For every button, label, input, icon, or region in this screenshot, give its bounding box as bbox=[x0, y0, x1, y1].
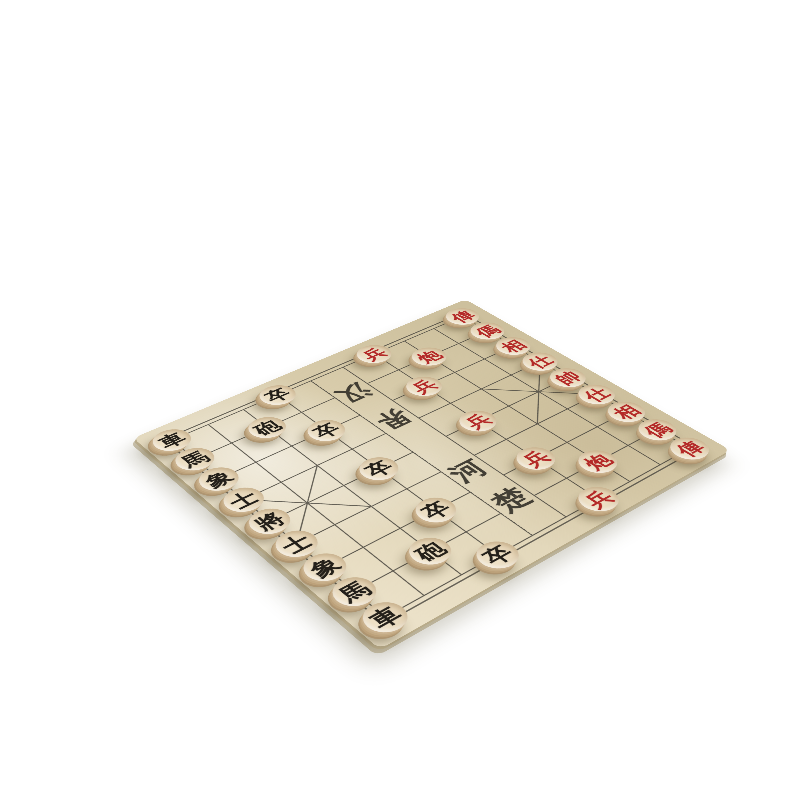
board-scene: 楚 河 界 汉 俥傌相兵炮仕帥兵仕卒相兵傌砲卒俥車兵炮馬卒象兵士卒將士砲卒象馬車 bbox=[230, 222, 630, 666]
piece-character: 砲 bbox=[241, 413, 293, 443]
piece-red-soldier[interactable]: 兵 bbox=[570, 482, 627, 516]
piece-red-soldier[interactable]: 兵 bbox=[452, 407, 504, 436]
piece-character: 卒 bbox=[352, 453, 407, 485]
piece-black-cannon[interactable]: 砲 bbox=[241, 413, 293, 443]
photo-stage: 楚 河 界 汉 俥傌相兵炮仕帥兵仕卒相兵傌砲卒俥車兵炮馬卒象兵士卒將士砲卒象馬車 bbox=[0, 0, 800, 800]
piece-character: 兵 bbox=[509, 443, 564, 475]
piece-character: 卒 bbox=[300, 416, 353, 446]
piece-character: 兵 bbox=[452, 407, 504, 436]
piece-character: 兵 bbox=[350, 341, 398, 366]
piece-character: 砲 bbox=[401, 532, 460, 570]
piece-red-soldier[interactable]: 兵 bbox=[509, 443, 564, 475]
piece-character: 卒 bbox=[407, 493, 464, 528]
xiangqi-board: 楚 河 界 汉 俥傌相兵炮仕帥兵仕卒相兵傌砲卒俥車兵炮馬卒象兵士卒將士砲卒象馬車 bbox=[133, 299, 730, 649]
piece-black-soldier[interactable]: 卒 bbox=[407, 493, 464, 528]
piece-character: 卒 bbox=[468, 536, 528, 574]
piece-black-soldier[interactable]: 卒 bbox=[468, 536, 528, 574]
piece-character: 卒 bbox=[252, 381, 302, 409]
piece-black-soldier[interactable]: 卒 bbox=[352, 453, 407, 485]
piece-character: 炮 bbox=[405, 344, 454, 369]
piece-red-soldier[interactable]: 兵 bbox=[350, 341, 398, 366]
pieces-layer: 俥傌相兵炮仕帥兵仕卒相兵傌砲卒俥車兵炮馬卒象兵士卒將士砲卒象馬車 bbox=[133, 299, 730, 649]
piece-character: 兵 bbox=[399, 373, 449, 400]
piece-black-soldier[interactable]: 卒 bbox=[252, 381, 302, 409]
piece-character: 兵 bbox=[570, 482, 627, 516]
piece-red-soldier[interactable]: 兵 bbox=[399, 373, 449, 400]
piece-black-soldier[interactable]: 卒 bbox=[300, 416, 353, 446]
piece-red-cannon[interactable]: 炮 bbox=[405, 344, 454, 369]
piece-black-cannon[interactable]: 砲 bbox=[401, 532, 460, 570]
piece-character: 炮 bbox=[570, 446, 625, 478]
piece-red-cannon[interactable]: 炮 bbox=[570, 446, 625, 478]
